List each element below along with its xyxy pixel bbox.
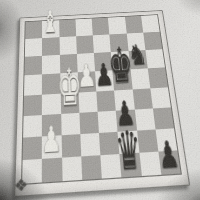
board-square-e8: [92, 18, 110, 36]
board-square-a8: [25, 21, 42, 39]
board-square-c3: [61, 112, 80, 135]
board-square-c1: [62, 156, 82, 181]
board-square-h3: [153, 107, 174, 129]
board-square-c2: [61, 134, 81, 158]
board-square-h8: [141, 15, 160, 33]
board-square-d3: [79, 111, 99, 133]
board-square-d1: [81, 155, 102, 180]
board-square-f5: ♚: [113, 70, 133, 90]
board-square-h5: [148, 68, 168, 88]
board-square-c8: [59, 19, 76, 37]
board-square-f8: [108, 17, 126, 35]
board-square-f1: ♛: [120, 153, 142, 178]
board-square-h6: [145, 49, 165, 68]
board-square-d2: [80, 133, 100, 157]
chess-board: ♝♞♟♟♚♚♟♟♛♟ ❖: [14, 10, 190, 197]
board-square-d4: [78, 91, 97, 112]
board-square-e4: [96, 90, 116, 111]
board-square-b7: [42, 37, 59, 56]
board-square-c7: [59, 36, 77, 55]
board-square-a4: [24, 94, 43, 116]
piece-white-pawn: ♟: [41, 122, 62, 159]
board-square-d7: [76, 35, 94, 54]
board-square-a7: [25, 38, 42, 57]
board-square-h4: [150, 87, 171, 108]
board-square-a6: [24, 56, 42, 76]
board-square-b1: [42, 158, 62, 183]
board-square-b8: ♝: [42, 20, 59, 38]
board-square-d8: [75, 19, 93, 37]
board-grid: ♝♞♟♟♚♚♟♟♛♟: [21, 14, 182, 185]
board-square-c4: ♚: [60, 92, 79, 113]
board-square-a3: [23, 115, 42, 138]
piece-black-pawn: ♟: [156, 136, 182, 174]
piece-white-bishop: ♝: [42, 7, 60, 38]
maker-stamp-icon: ❖: [14, 175, 29, 195]
board-square-b2: ♟: [42, 135, 61, 159]
board-square-h1: ♟: [158, 150, 181, 175]
chessboard-photo: ♝♞♟♟♚♚♟♟♛♟ ❖: [0, 0, 200, 200]
board-square-a2: [23, 136, 43, 160]
board-square-a5: [24, 75, 42, 96]
